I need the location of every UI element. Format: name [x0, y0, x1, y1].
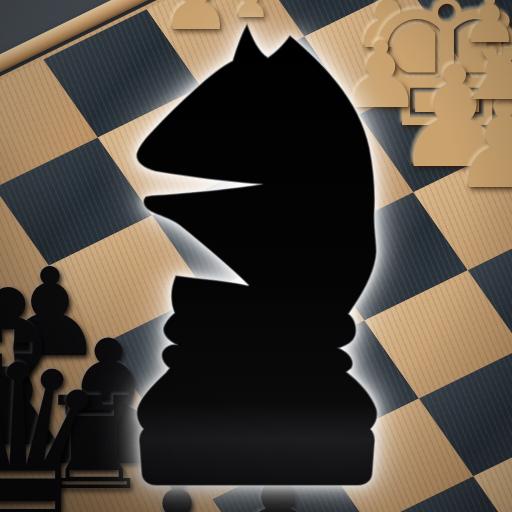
chess-app-icon[interactable]: ♟♟♟♚♟♟♟♝♟ ♟♝♟♜♛♟♟	[0, 0, 512, 512]
black-knight-silhouette-icon	[0, 0, 512, 512]
